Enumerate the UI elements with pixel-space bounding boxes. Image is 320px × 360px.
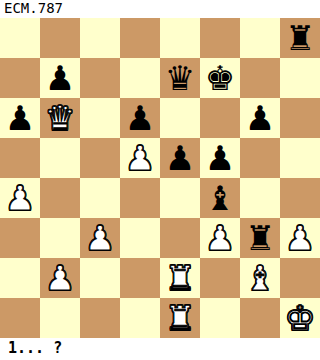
square-d6[interactable]: ♟ bbox=[120, 98, 160, 138]
piece-black-rook: ♜ bbox=[285, 18, 315, 58]
piece-black-pawn: ♟ bbox=[45, 58, 75, 98]
square-g2[interactable]: ♝ bbox=[240, 258, 280, 298]
square-f6[interactable] bbox=[200, 98, 240, 138]
square-h7[interactable] bbox=[280, 58, 320, 98]
square-a8[interactable] bbox=[0, 18, 40, 58]
square-b1[interactable] bbox=[40, 298, 80, 338]
square-a7[interactable] bbox=[0, 58, 40, 98]
square-h8[interactable]: ♜ bbox=[280, 18, 320, 58]
piece-white-king: ♚ bbox=[285, 298, 315, 338]
square-d2[interactable] bbox=[120, 258, 160, 298]
square-e7[interactable]: ♛ bbox=[160, 58, 200, 98]
square-c5[interactable] bbox=[80, 138, 120, 178]
square-e4[interactable] bbox=[160, 178, 200, 218]
square-a5[interactable] bbox=[0, 138, 40, 178]
chess-diagram-window: ECM.787 ♜♟♛♚♟♛♟♟♟♟♟♟♝♟♟♜♟♟♜♝♜♚ 1... ? bbox=[0, 0, 320, 360]
square-d4[interactable] bbox=[120, 178, 160, 218]
square-b3[interactable] bbox=[40, 218, 80, 258]
square-g7[interactable] bbox=[240, 58, 280, 98]
square-g6[interactable]: ♟ bbox=[240, 98, 280, 138]
square-c6[interactable] bbox=[80, 98, 120, 138]
piece-black-pawn: ♟ bbox=[205, 138, 235, 178]
square-f8[interactable] bbox=[200, 18, 240, 58]
piece-white-rook: ♜ bbox=[165, 258, 195, 298]
square-h6[interactable] bbox=[280, 98, 320, 138]
square-c4[interactable] bbox=[80, 178, 120, 218]
square-b5[interactable] bbox=[40, 138, 80, 178]
square-h5[interactable] bbox=[280, 138, 320, 178]
square-d3[interactable] bbox=[120, 218, 160, 258]
piece-white-pawn: ♟ bbox=[285, 218, 315, 258]
square-g1[interactable] bbox=[240, 298, 280, 338]
square-d1[interactable] bbox=[120, 298, 160, 338]
square-b8[interactable] bbox=[40, 18, 80, 58]
piece-black-pawn: ♟ bbox=[165, 138, 195, 178]
piece-white-pawn: ♟ bbox=[85, 218, 115, 258]
piece-white-rook: ♜ bbox=[165, 298, 195, 338]
piece-white-pawn: ♟ bbox=[5, 178, 35, 218]
square-f5[interactable]: ♟ bbox=[200, 138, 240, 178]
piece-white-pawn: ♟ bbox=[45, 258, 75, 298]
square-a3[interactable] bbox=[0, 218, 40, 258]
square-d5[interactable]: ♟ bbox=[120, 138, 160, 178]
square-g4[interactable] bbox=[240, 178, 280, 218]
piece-black-bishop: ♝ bbox=[205, 178, 235, 218]
piece-white-queen: ♛ bbox=[45, 98, 75, 138]
piece-white-bishop: ♝ bbox=[245, 258, 275, 298]
square-b7[interactable]: ♟ bbox=[40, 58, 80, 98]
square-c3[interactable]: ♟ bbox=[80, 218, 120, 258]
move-prompt: 1... ? bbox=[0, 338, 320, 360]
square-d8[interactable] bbox=[120, 18, 160, 58]
square-a6[interactable]: ♟ bbox=[0, 98, 40, 138]
piece-black-pawn: ♟ bbox=[125, 98, 155, 138]
square-h1[interactable]: ♚ bbox=[280, 298, 320, 338]
square-g8[interactable] bbox=[240, 18, 280, 58]
square-a2[interactable] bbox=[0, 258, 40, 298]
square-f2[interactable] bbox=[200, 258, 240, 298]
square-c1[interactable] bbox=[80, 298, 120, 338]
square-e8[interactable] bbox=[160, 18, 200, 58]
square-e5[interactable]: ♟ bbox=[160, 138, 200, 178]
square-e1[interactable]: ♜ bbox=[160, 298, 200, 338]
diagram-title: ECM.787 bbox=[0, 0, 320, 18]
square-g3[interactable]: ♜ bbox=[240, 218, 280, 258]
square-f7[interactable]: ♚ bbox=[200, 58, 240, 98]
square-c2[interactable] bbox=[80, 258, 120, 298]
piece-black-king: ♚ bbox=[205, 58, 235, 98]
square-g5[interactable] bbox=[240, 138, 280, 178]
square-c7[interactable] bbox=[80, 58, 120, 98]
square-f4[interactable]: ♝ bbox=[200, 178, 240, 218]
square-f3[interactable]: ♟ bbox=[200, 218, 240, 258]
square-e6[interactable] bbox=[160, 98, 200, 138]
piece-black-pawn: ♟ bbox=[245, 98, 275, 138]
square-a1[interactable] bbox=[0, 298, 40, 338]
square-f1[interactable] bbox=[200, 298, 240, 338]
square-h3[interactable]: ♟ bbox=[280, 218, 320, 258]
square-c8[interactable] bbox=[80, 18, 120, 58]
square-e3[interactable] bbox=[160, 218, 200, 258]
square-d7[interactable] bbox=[120, 58, 160, 98]
square-a4[interactable]: ♟ bbox=[0, 178, 40, 218]
square-h2[interactable] bbox=[280, 258, 320, 298]
square-b6[interactable]: ♛ bbox=[40, 98, 80, 138]
piece-white-pawn: ♟ bbox=[205, 218, 235, 258]
chess-board: ♜♟♛♚♟♛♟♟♟♟♟♟♝♟♟♜♟♟♜♝♜♚ bbox=[0, 18, 320, 338]
piece-black-pawn: ♟ bbox=[5, 98, 35, 138]
square-h4[interactable] bbox=[280, 178, 320, 218]
piece-black-rook: ♜ bbox=[245, 218, 275, 258]
square-b4[interactable] bbox=[40, 178, 80, 218]
square-e2[interactable]: ♜ bbox=[160, 258, 200, 298]
piece-black-queen: ♛ bbox=[165, 58, 195, 98]
piece-white-pawn: ♟ bbox=[125, 138, 155, 178]
square-b2[interactable]: ♟ bbox=[40, 258, 80, 298]
